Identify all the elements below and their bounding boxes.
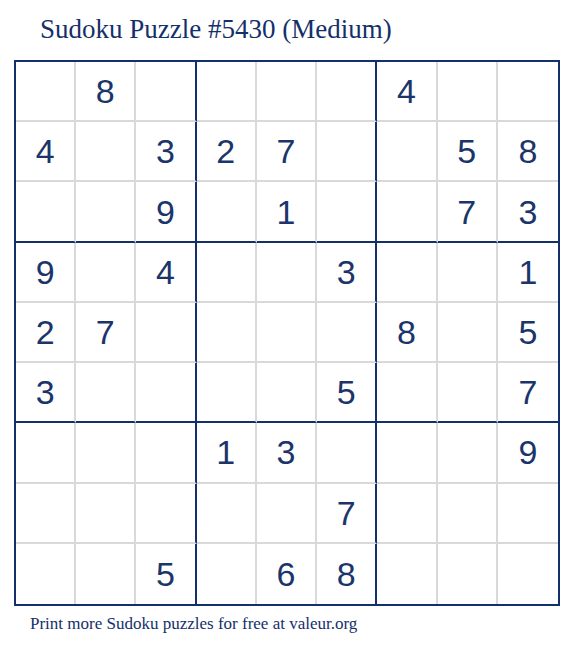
cell-r5c4[interactable]: [197, 303, 257, 363]
cell-r5c7[interactable]: 8: [377, 303, 437, 363]
cell-r7c5[interactable]: 3: [257, 423, 317, 483]
cell-r8c5[interactable]: [257, 484, 317, 544]
cell-r4c1[interactable]: 9: [16, 243, 76, 303]
sudoku-board: 844327589173943127853571397568: [14, 60, 560, 606]
cell-r5c6[interactable]: [317, 303, 377, 363]
cell-r2c3[interactable]: 3: [136, 122, 196, 182]
cell-r9c5[interactable]: 6: [257, 544, 317, 604]
cell-r9c8[interactable]: [438, 544, 498, 604]
cell-r2c7[interactable]: [377, 122, 437, 182]
cell-r3c4[interactable]: [197, 182, 257, 242]
cell-r3c7[interactable]: [377, 182, 437, 242]
cell-r7c2[interactable]: [76, 423, 136, 483]
cell-r7c9[interactable]: 9: [498, 423, 558, 483]
cell-r3c6[interactable]: [317, 182, 377, 242]
cell-r1c3[interactable]: [136, 62, 196, 122]
cell-r1c4[interactable]: [197, 62, 257, 122]
cell-r9c9[interactable]: [498, 544, 558, 604]
cell-r8c1[interactable]: [16, 484, 76, 544]
cell-r7c4[interactable]: 1: [197, 423, 257, 483]
cell-r3c8[interactable]: 7: [438, 182, 498, 242]
cell-r1c7[interactable]: 4: [377, 62, 437, 122]
cell-r5c3[interactable]: [136, 303, 196, 363]
cell-r1c9[interactable]: [498, 62, 558, 122]
cell-r5c5[interactable]: [257, 303, 317, 363]
cell-r9c1[interactable]: [16, 544, 76, 604]
cell-r8c9[interactable]: [498, 484, 558, 544]
cell-r8c8[interactable]: [438, 484, 498, 544]
cell-r1c6[interactable]: [317, 62, 377, 122]
cell-r9c6[interactable]: 8: [317, 544, 377, 604]
cell-r4c7[interactable]: [377, 243, 437, 303]
cell-r1c5[interactable]: [257, 62, 317, 122]
cell-r9c3[interactable]: 5: [136, 544, 196, 604]
cell-r6c5[interactable]: [257, 363, 317, 423]
cell-r2c9[interactable]: 8: [498, 122, 558, 182]
cell-r8c7[interactable]: [377, 484, 437, 544]
cell-r6c9[interactable]: 7: [498, 363, 558, 423]
cell-r7c1[interactable]: [16, 423, 76, 483]
cell-r2c1[interactable]: 4: [16, 122, 76, 182]
cell-r3c1[interactable]: [16, 182, 76, 242]
cell-r8c2[interactable]: [76, 484, 136, 544]
cell-r9c7[interactable]: [377, 544, 437, 604]
cell-r4c5[interactable]: [257, 243, 317, 303]
footer-note: Print more Sudoku puzzles for free at va…: [30, 614, 357, 634]
cell-r5c8[interactable]: [438, 303, 498, 363]
cell-r6c8[interactable]: [438, 363, 498, 423]
cell-r2c8[interactable]: 5: [438, 122, 498, 182]
cell-r7c7[interactable]: [377, 423, 437, 483]
cell-r6c2[interactable]: [76, 363, 136, 423]
cell-r1c2[interactable]: 8: [76, 62, 136, 122]
cell-r5c1[interactable]: 2: [16, 303, 76, 363]
cell-r8c6[interactable]: 7: [317, 484, 377, 544]
cell-r6c1[interactable]: 3: [16, 363, 76, 423]
cell-r6c4[interactable]: [197, 363, 257, 423]
page-title: Sudoku Puzzle #5430 (Medium): [40, 14, 392, 45]
cell-r4c6[interactable]: 3: [317, 243, 377, 303]
cell-r1c8[interactable]: [438, 62, 498, 122]
cell-r3c9[interactable]: 3: [498, 182, 558, 242]
cell-r2c4[interactable]: 2: [197, 122, 257, 182]
cell-r8c3[interactable]: [136, 484, 196, 544]
cell-r7c8[interactable]: [438, 423, 498, 483]
cell-r6c6[interactable]: 5: [317, 363, 377, 423]
cell-r2c5[interactable]: 7: [257, 122, 317, 182]
cell-r3c3[interactable]: 9: [136, 182, 196, 242]
cell-r4c2[interactable]: [76, 243, 136, 303]
cell-r7c3[interactable]: [136, 423, 196, 483]
cell-r5c2[interactable]: 7: [76, 303, 136, 363]
cell-r8c4[interactable]: [197, 484, 257, 544]
cell-r4c9[interactable]: 1: [498, 243, 558, 303]
cell-r2c6[interactable]: [317, 122, 377, 182]
cell-r4c4[interactable]: [197, 243, 257, 303]
cell-r3c5[interactable]: 1: [257, 182, 317, 242]
cell-r5c9[interactable]: 5: [498, 303, 558, 363]
cell-r2c2[interactable]: [76, 122, 136, 182]
cell-r9c4[interactable]: [197, 544, 257, 604]
cell-r1c1[interactable]: [16, 62, 76, 122]
cell-r4c8[interactable]: [438, 243, 498, 303]
cell-r4c3[interactable]: 4: [136, 243, 196, 303]
cell-r3c2[interactable]: [76, 182, 136, 242]
cell-r6c7[interactable]: [377, 363, 437, 423]
cell-r7c6[interactable]: [317, 423, 377, 483]
cell-r9c2[interactable]: [76, 544, 136, 604]
cell-r6c3[interactable]: [136, 363, 196, 423]
